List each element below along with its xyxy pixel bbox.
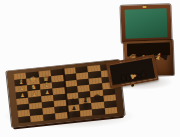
- square[interactable]: ♟: [28, 90, 41, 97]
- square[interactable]: ♚: [91, 96, 104, 103]
- black-piece: ♟: [139, 70, 148, 79]
- brass-hinge-icon: [143, 6, 147, 8]
- square[interactable]: ♟: [67, 111, 80, 118]
- square[interactable]: [104, 107, 117, 114]
- square[interactable]: [18, 116, 31, 123]
- scene: ♝♚♛♟♞♝♟♟♟♞♝♚♟♟♛♟ ♛♚♟♞♝♟ ♟♞♟♝♟: [0, 0, 180, 137]
- square[interactable]: ♟: [16, 91, 29, 98]
- black-piece[interactable]: ♚: [91, 94, 103, 102]
- white-piece[interactable]: ♟: [29, 91, 41, 96]
- piece-box: ♛♚♟♞♝♟ ♟♞♟♝♟: [110, 2, 180, 96]
- black-piece[interactable]: ♛: [80, 102, 92, 110]
- drawer-knob-icon: [131, 83, 134, 86]
- square[interactable]: ♟: [40, 89, 53, 96]
- square[interactable]: [31, 115, 44, 122]
- lid-felt-lining: [125, 8, 168, 38]
- white-piece[interactable]: ♟: [16, 93, 28, 98]
- box-drawer[interactable]: ♟♞♟♝♟: [106, 54, 159, 88]
- drawer-tray: ♟♞♟♝♟: [109, 58, 155, 85]
- black-piece[interactable]: ♞: [67, 98, 79, 105]
- square[interactable]: [43, 113, 56, 120]
- square[interactable]: [80, 109, 93, 116]
- white-piece[interactable]: ♟: [16, 87, 28, 92]
- white-piece[interactable]: ♟: [41, 90, 53, 95]
- white-piece[interactable]: ♞: [28, 84, 40, 91]
- square[interactable]: [92, 108, 105, 115]
- box-lid: [120, 4, 171, 43]
- white-piece[interactable]: ♝: [40, 82, 52, 89]
- black-piece[interactable]: ♟: [68, 112, 80, 117]
